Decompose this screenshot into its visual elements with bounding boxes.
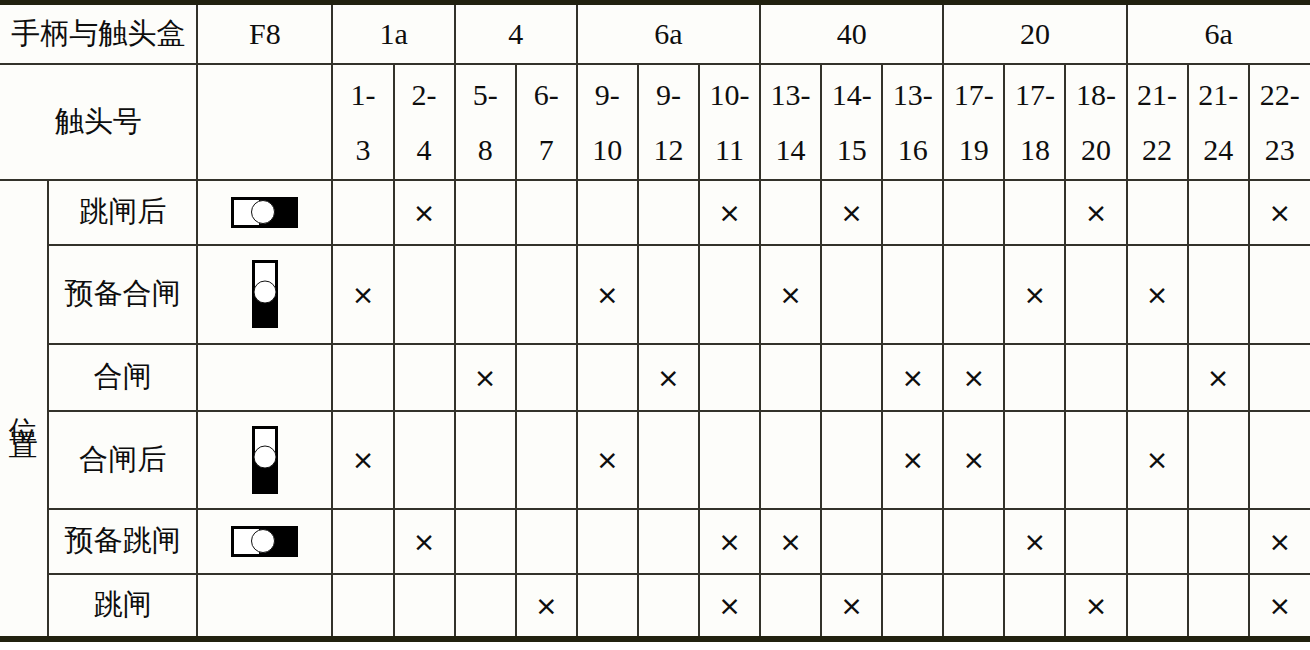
contact-closed-mark-cell: × xyxy=(821,180,882,245)
contact-number-cell: 13-16 xyxy=(882,64,943,180)
contact-open-cell xyxy=(760,344,821,411)
contact-closed-mark-cell: × xyxy=(577,411,638,509)
contact-open-cell xyxy=(332,574,393,639)
empty-icon-cell xyxy=(197,344,332,411)
contact-closed-mark-cell: × xyxy=(943,411,1004,509)
contact-number-line: 5- xyxy=(456,67,515,122)
contact-number-cell: 9-10 xyxy=(577,64,638,180)
contact-closed-mark-cell: × xyxy=(332,245,393,344)
handle-icon-knob xyxy=(251,529,275,553)
contact-closed-mark-cell: × xyxy=(332,411,393,509)
contact-open-cell xyxy=(760,574,821,639)
contact-number-line: 24 xyxy=(1189,122,1248,177)
contact-closed-mark-cell: × xyxy=(760,509,821,574)
handle-vertical-icon xyxy=(252,260,278,328)
contact-number-cell: 5-8 xyxy=(455,64,516,180)
contact-open-cell xyxy=(1004,574,1065,639)
contact-closed-mark-cell: × xyxy=(394,180,455,245)
handle-icon-knob xyxy=(251,200,275,224)
contact-open-cell xyxy=(1249,245,1310,344)
contact-box-group-header: 6a xyxy=(1127,3,1310,64)
position-row-label: 跳闸后 xyxy=(48,180,197,245)
contact-open-cell xyxy=(882,245,943,344)
handle-icon-cell xyxy=(197,411,332,509)
handle-icon-cell xyxy=(197,245,332,344)
contact-number-cell: 21-22 xyxy=(1127,64,1188,180)
contact-open-cell xyxy=(943,574,1004,639)
contact-box-group-header: 6a xyxy=(577,3,760,64)
contact-open-cell xyxy=(638,509,699,574)
contact-closed-mark-cell: × xyxy=(943,344,1004,411)
contact-open-cell xyxy=(821,509,882,574)
contact-closed-mark-cell: × xyxy=(1127,411,1188,509)
contact-open-cell xyxy=(760,180,821,245)
handle-horizontal-icon xyxy=(231,526,298,557)
contact-open-cell xyxy=(882,180,943,245)
contact-closed-mark-cell: × xyxy=(577,245,638,344)
contact-number-line: 13- xyxy=(883,67,942,122)
contact-open-cell xyxy=(455,245,516,344)
contact-table-body: 手柄与触头盒F81a46a40206a触头号1-32-45-86-79-109-… xyxy=(0,3,1310,639)
contact-number-line: 10 xyxy=(578,122,637,177)
contact-open-cell xyxy=(455,411,516,509)
contact-closed-mark-cell: × xyxy=(1188,344,1249,411)
contact-open-cell xyxy=(332,509,393,574)
contact-number-cell: 2-4 xyxy=(394,64,455,180)
contact-open-cell xyxy=(638,180,699,245)
contact-open-cell xyxy=(1065,509,1126,574)
contact-number-line: 20 xyxy=(1066,122,1125,177)
contact-closed-mark-cell: × xyxy=(455,344,516,411)
contact-number-line: 4 xyxy=(395,122,454,177)
contact-closed-mark-cell: × xyxy=(1249,509,1310,574)
contact-closed-mark-cell: × xyxy=(882,411,943,509)
contact-open-cell xyxy=(577,344,638,411)
contact-number-line: 7 xyxy=(517,122,576,177)
contact-number-line: 9- xyxy=(639,67,698,122)
contact-number-line: 21- xyxy=(1128,67,1187,122)
contact-open-cell xyxy=(1127,180,1188,245)
contact-number-line: 11 xyxy=(700,122,759,177)
contact-number-cell: 22-23 xyxy=(1249,64,1310,180)
contact-open-cell xyxy=(699,411,760,509)
contact-open-cell xyxy=(1249,411,1310,509)
contact-closed-mark-cell: × xyxy=(1004,245,1065,344)
contact-number-line: 22 xyxy=(1128,122,1187,177)
contact-open-cell xyxy=(1065,245,1126,344)
contact-number-cell: 14-15 xyxy=(821,64,882,180)
contact-open-cell xyxy=(821,245,882,344)
contact-number-line: 15 xyxy=(822,122,881,177)
contact-closed-mark-cell: × xyxy=(1004,509,1065,574)
contact-number-cell: 21-24 xyxy=(1188,64,1249,180)
contact-open-cell xyxy=(516,180,577,245)
contact-open-cell xyxy=(1004,344,1065,411)
contact-closed-mark-cell: × xyxy=(394,509,455,574)
contact-open-cell xyxy=(943,509,1004,574)
contact-number-line: 9- xyxy=(578,67,637,122)
contact-open-cell xyxy=(638,574,699,639)
contact-number-cell: 17-19 xyxy=(943,64,1004,180)
contact-open-cell xyxy=(516,411,577,509)
contact-closed-mark-cell: × xyxy=(1249,180,1310,245)
contact-open-cell xyxy=(577,180,638,245)
contact-open-cell xyxy=(332,344,393,411)
position-row-label: 跳闸 xyxy=(48,574,197,639)
contact-number-line: 6- xyxy=(517,67,576,122)
contact-closed-mark-cell: × xyxy=(1065,180,1126,245)
handle-box-code-cell: F8 xyxy=(197,3,332,64)
contact-number-title-cell: 触头号 xyxy=(0,64,197,180)
contact-open-cell xyxy=(943,180,1004,245)
position-row-label: 预备跳闸 xyxy=(48,509,197,574)
handle-icon-knob xyxy=(253,446,276,469)
position-row-label: 合闸 xyxy=(48,344,197,411)
contact-open-cell xyxy=(516,344,577,411)
contact-open-cell xyxy=(1004,411,1065,509)
contact-open-cell xyxy=(516,509,577,574)
contact-number-line: 14 xyxy=(761,122,820,177)
contact-number-cell: 17-18 xyxy=(1004,64,1065,180)
contact-open-cell xyxy=(394,574,455,639)
contact-open-cell xyxy=(394,344,455,411)
contact-open-cell xyxy=(638,245,699,344)
contact-open-cell xyxy=(1188,509,1249,574)
contact-open-cell xyxy=(699,245,760,344)
contact-open-cell xyxy=(638,411,699,509)
contact-number-cell: 6-7 xyxy=(516,64,577,180)
contact-number-line: 1- xyxy=(333,67,392,122)
contact-box-group-header: 1a xyxy=(332,3,454,64)
contact-open-cell xyxy=(882,574,943,639)
contact-open-cell xyxy=(1188,411,1249,509)
contact-number-line: 3 xyxy=(333,122,392,177)
contact-number-cell: 1-3 xyxy=(332,64,393,180)
contact-number-line: 8 xyxy=(456,122,515,177)
contact-number-cell: 13-14 xyxy=(760,64,821,180)
position-title-wrap: 位置 xyxy=(0,394,47,422)
empty-cell xyxy=(197,64,332,180)
handle-icon-cell xyxy=(197,180,332,245)
empty-icon-cell xyxy=(197,574,332,639)
contact-open-cell xyxy=(882,509,943,574)
contact-closed-mark-cell: × xyxy=(1127,245,1188,344)
contact-open-cell xyxy=(1249,344,1310,411)
table-title-cell: 手柄与触头盒 xyxy=(0,3,197,64)
contact-open-cell xyxy=(394,411,455,509)
contact-closed-mark-cell: × xyxy=(1249,574,1310,639)
contact-box-group-header: 40 xyxy=(760,3,943,64)
contact-open-cell xyxy=(760,411,821,509)
contact-closed-mark-cell: × xyxy=(1065,574,1126,639)
contact-closed-mark-cell: × xyxy=(638,344,699,411)
contact-number-line: 18 xyxy=(1005,122,1064,177)
contact-open-cell xyxy=(1065,344,1126,411)
contact-number-line: 16 xyxy=(883,122,942,177)
handle-icon-cell xyxy=(197,509,332,574)
position-row-label: 合闸后 xyxy=(48,411,197,509)
contact-table: 手柄与触头盒F81a46a40206a触头号1-32-45-86-79-109-… xyxy=(0,0,1310,642)
contact-closed-mark-cell: × xyxy=(699,509,760,574)
contact-open-cell xyxy=(455,509,516,574)
contact-open-cell xyxy=(1127,574,1188,639)
contact-open-cell xyxy=(1127,344,1188,411)
contact-closed-mark-cell: × xyxy=(699,180,760,245)
contact-open-cell xyxy=(821,411,882,509)
contact-number-cell: 18-20 xyxy=(1065,64,1126,180)
position-title-cell: 位置 xyxy=(0,180,48,639)
contact-open-cell xyxy=(455,180,516,245)
handle-horizontal-icon xyxy=(231,197,298,228)
contact-open-cell xyxy=(1188,245,1249,344)
handle-icon-knob xyxy=(253,280,276,303)
contact-open-cell xyxy=(1004,180,1065,245)
contact-number-line: 13- xyxy=(761,67,820,122)
contact-open-cell xyxy=(455,574,516,639)
position-title-vertical-text: 位置 xyxy=(1,394,47,422)
contact-open-cell xyxy=(577,509,638,574)
contact-box-group-header: 20 xyxy=(943,3,1126,64)
contact-number-cell: 9-12 xyxy=(638,64,699,180)
contact-number-line: 10- xyxy=(700,67,759,122)
contact-open-cell xyxy=(516,245,577,344)
contact-closed-mark-cell: × xyxy=(516,574,577,639)
contact-open-cell xyxy=(394,245,455,344)
contact-number-line: 17- xyxy=(944,67,1003,122)
contact-number-cell: 10-11 xyxy=(699,64,760,180)
contact-open-cell xyxy=(1188,180,1249,245)
contact-open-cell xyxy=(943,245,1004,344)
contact-open-cell xyxy=(577,574,638,639)
contact-number-line: 2- xyxy=(395,67,454,122)
contact-box-group-header: 4 xyxy=(455,3,577,64)
contact-open-cell xyxy=(1127,509,1188,574)
contact-number-line: 22- xyxy=(1250,67,1310,122)
contact-closed-mark-cell: × xyxy=(699,574,760,639)
contact-open-cell xyxy=(821,344,882,411)
contact-open-cell xyxy=(332,180,393,245)
contact-open-cell xyxy=(699,344,760,411)
contact-number-line: 23 xyxy=(1250,122,1310,177)
contact-number-line: 14- xyxy=(822,67,881,122)
contact-number-line: 12 xyxy=(639,122,698,177)
contact-number-line: 17- xyxy=(1005,67,1064,122)
handle-vertical-icon xyxy=(252,426,278,494)
contact-open-cell xyxy=(1065,411,1126,509)
contact-closed-mark-cell: × xyxy=(821,574,882,639)
contact-closed-mark-cell: × xyxy=(760,245,821,344)
contact-closed-mark-cell: × xyxy=(882,344,943,411)
position-row-label: 预备合闸 xyxy=(48,245,197,344)
contact-number-line: 21- xyxy=(1189,67,1248,122)
contact-number-line: 18- xyxy=(1066,67,1125,122)
contact-open-cell xyxy=(1188,574,1249,639)
contact-number-line: 19 xyxy=(944,122,1003,177)
